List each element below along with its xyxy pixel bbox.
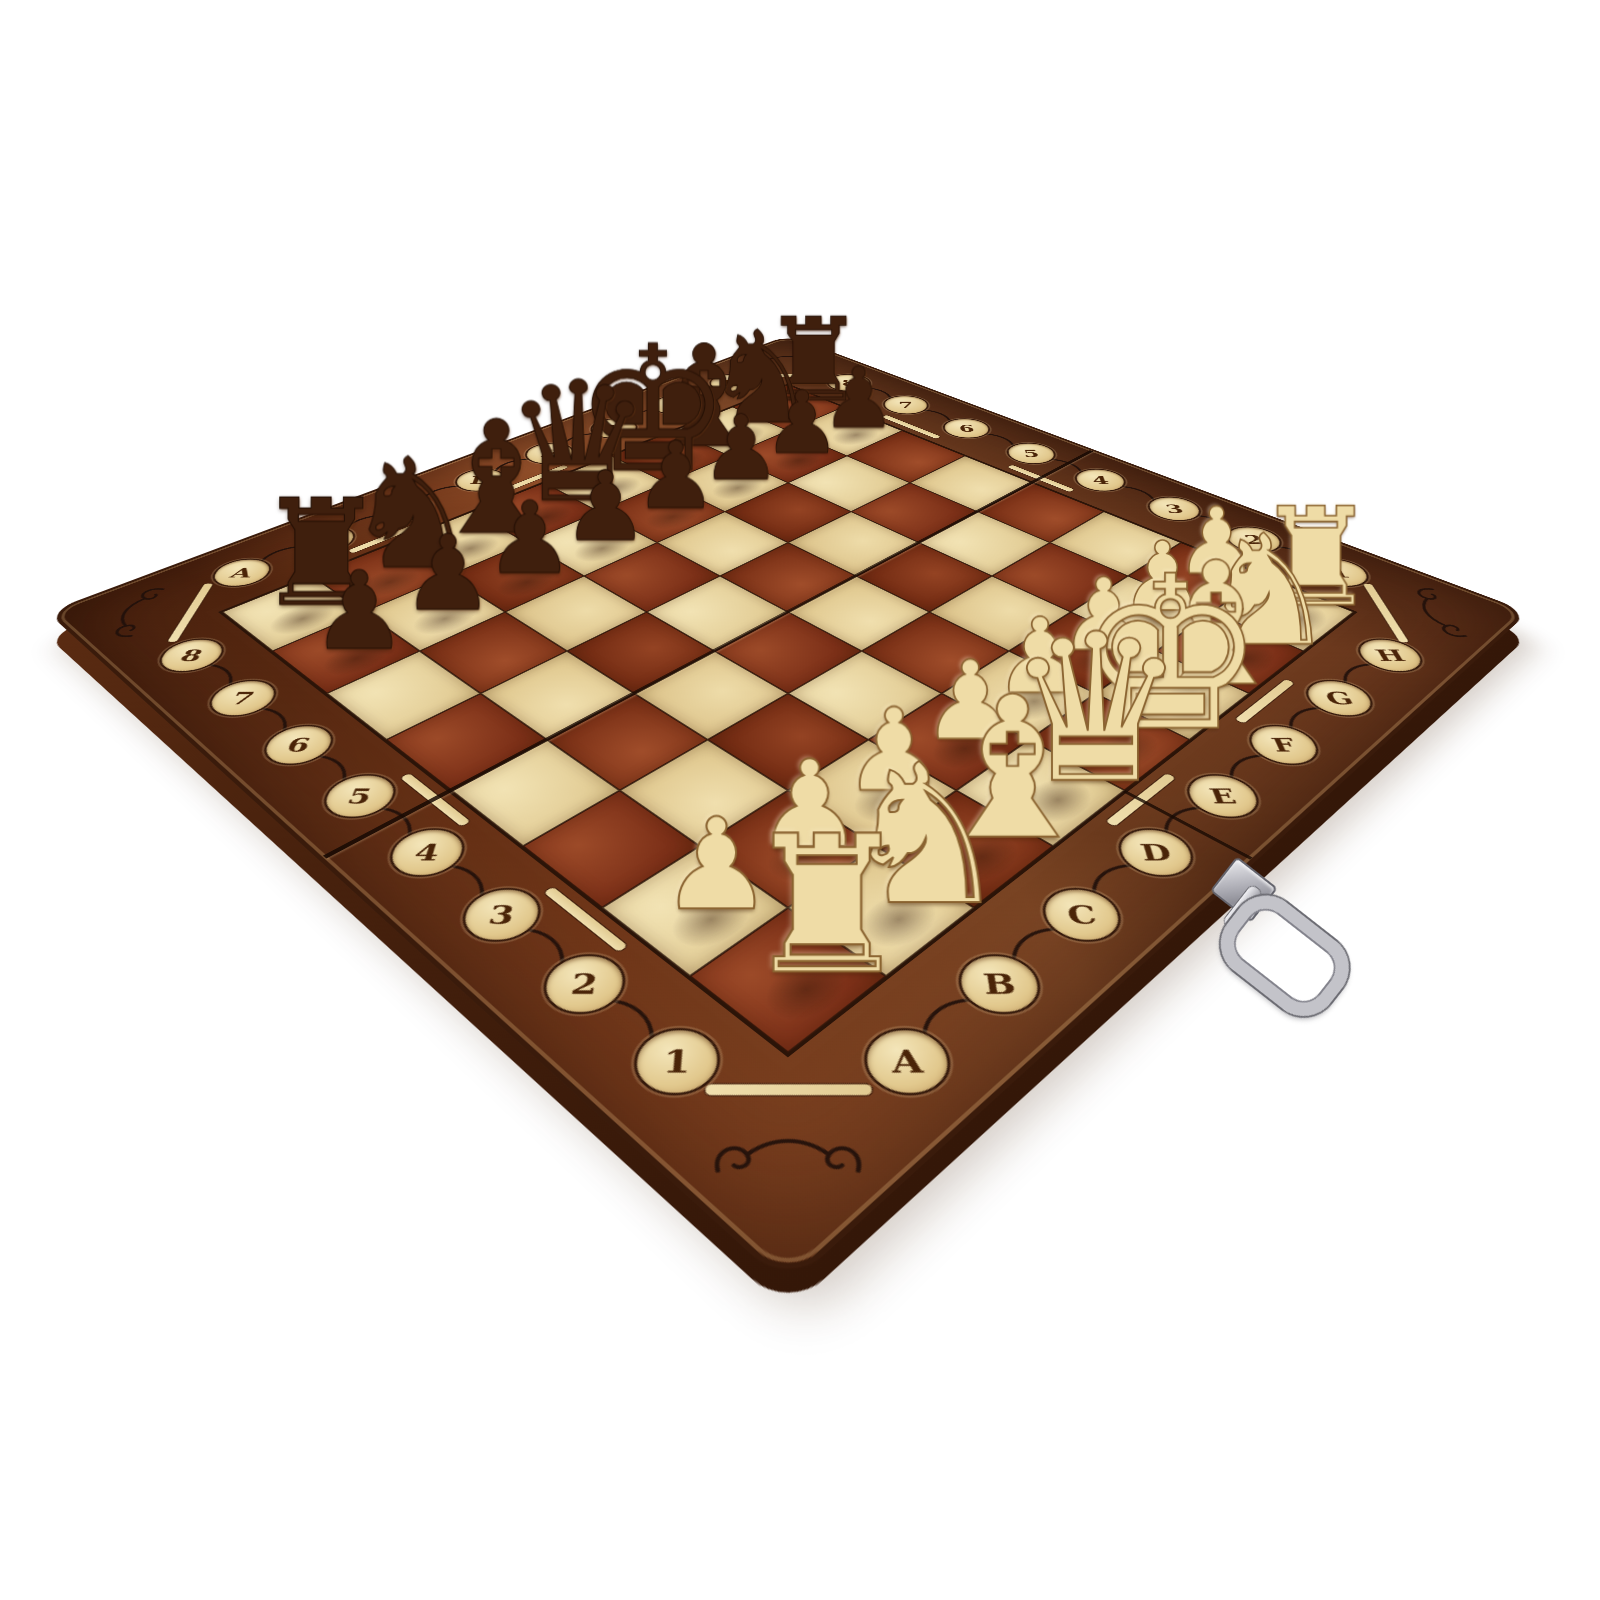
scrollwork-flourish-icon — [751, 355, 825, 365]
rook-icon: ♜ — [742, 819, 883, 994]
chess-board: 88AA77BB66CC55DD44EE33FF22GG11HH ♜♞♝♛♚♝♞… — [47, 335, 1529, 1288]
pawn-icon: ♟ — [307, 561, 412, 661]
rank-label-right-8: 8 — [827, 374, 872, 392]
product-photo: 88AA77BB66CC55DD44EE33FF22GG11HH ♜♞♝♛♚♝♞… — [0, 0, 1600, 1600]
inlay-stripe — [747, 374, 829, 377]
pawn-icon: ♟ — [398, 525, 499, 621]
